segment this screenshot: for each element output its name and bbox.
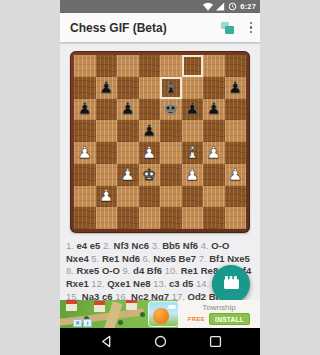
square-e5[interactable] bbox=[160, 120, 182, 142]
move-san: Nf3 bbox=[114, 240, 129, 251]
square-c1[interactable] bbox=[117, 207, 139, 229]
square-d2[interactable] bbox=[139, 186, 161, 208]
ad-info-icon[interactable]: i bbox=[83, 319, 92, 327]
move-san: Qxe1 bbox=[107, 278, 130, 289]
square-f7[interactable] bbox=[182, 77, 204, 99]
move-line: 1. e4 e5 2. Nf3 Nc6 3. Bb5 Nf6 4. O-O bbox=[66, 240, 257, 253]
square-e2[interactable] bbox=[160, 186, 182, 208]
move-number: 2. bbox=[103, 240, 111, 251]
square-f1[interactable] bbox=[182, 207, 204, 229]
move-number: 14. bbox=[196, 278, 209, 289]
move-san: O-O bbox=[211, 240, 229, 251]
wifi-icon bbox=[203, 2, 213, 11]
move-number: 8. bbox=[66, 265, 74, 276]
move-number: 1. bbox=[66, 240, 74, 251]
move-san: Ne8 bbox=[133, 278, 150, 289]
square-b6[interactable] bbox=[96, 99, 118, 121]
movie-icon bbox=[223, 275, 240, 294]
move-san: e5 bbox=[90, 240, 101, 251]
square-h1[interactable] bbox=[225, 207, 247, 229]
move-san: Be7 bbox=[179, 253, 196, 264]
square-f5[interactable] bbox=[182, 120, 204, 142]
move-san: Nxe5 bbox=[153, 253, 176, 264]
piece-black-pawn: ♟ bbox=[78, 101, 92, 117]
piece-white-bishop: ♝ bbox=[185, 145, 199, 161]
piece-black-pawn: ♟ bbox=[185, 101, 199, 117]
square-f8[interactable] bbox=[182, 55, 204, 77]
piece-black-pawn: ♟ bbox=[207, 101, 221, 117]
square-d1[interactable] bbox=[139, 207, 161, 229]
square-c8[interactable] bbox=[117, 55, 139, 77]
ad-scene-tree bbox=[140, 312, 145, 317]
square-b2[interactable]: ♟ bbox=[96, 186, 118, 208]
piece-white-pawn: ♟ bbox=[185, 167, 199, 183]
move-san: d4 bbox=[133, 265, 144, 276]
square-h4[interactable] bbox=[225, 142, 247, 164]
piece-black-pawn: ♟ bbox=[99, 80, 113, 96]
square-c4[interactable] bbox=[117, 142, 139, 164]
piece-black-pawn: ♟ bbox=[142, 123, 156, 139]
square-a4[interactable]: ♟ bbox=[74, 142, 96, 164]
square-c3[interactable]: ♟ bbox=[117, 164, 139, 186]
square-f6[interactable]: ♟ bbox=[182, 99, 204, 121]
square-h5[interactable] bbox=[225, 120, 247, 142]
ad-banner[interactable]: Township FREE INSTALL ✕ i bbox=[60, 300, 260, 328]
ad-icon-orange bbox=[153, 308, 169, 324]
piece-white-pawn: ♟ bbox=[99, 188, 113, 204]
square-g2[interactable] bbox=[203, 186, 225, 208]
square-e8[interactable] bbox=[160, 55, 182, 77]
gif-frames-icon[interactable] bbox=[221, 22, 235, 34]
back-icon[interactable] bbox=[100, 335, 112, 348]
square-h2[interactable] bbox=[225, 186, 247, 208]
square-a7[interactable] bbox=[74, 77, 96, 99]
piece-white-pawn: ♟ bbox=[142, 145, 156, 161]
ad-scene-tree bbox=[118, 320, 123, 325]
square-f3[interactable]: ♟ bbox=[182, 164, 204, 186]
square-a5[interactable] bbox=[74, 120, 96, 142]
square-g4[interactable]: ♟ bbox=[203, 142, 225, 164]
square-e1[interactable] bbox=[160, 207, 182, 229]
square-b7[interactable]: ♟ bbox=[96, 77, 118, 99]
square-c2[interactable] bbox=[117, 186, 139, 208]
square-h7[interactable]: ♟ bbox=[225, 77, 247, 99]
square-b4[interactable] bbox=[96, 142, 118, 164]
move-number: 3. bbox=[152, 240, 160, 251]
move-san: Nd6 bbox=[122, 253, 140, 264]
move-san: Bb5 bbox=[162, 240, 180, 251]
piece-white-king: ♚ bbox=[142, 167, 156, 183]
move-san: Re1 bbox=[102, 253, 119, 264]
ad-app-name: Township bbox=[202, 303, 235, 312]
piece-black-bishop: ♝ bbox=[164, 80, 178, 96]
square-d3[interactable]: ♚ bbox=[139, 164, 161, 186]
move-san: Rxe5 bbox=[77, 265, 100, 276]
square-d8[interactable] bbox=[139, 55, 161, 77]
move-number: 10. bbox=[165, 265, 178, 276]
township-app-icon[interactable] bbox=[148, 301, 179, 327]
square-e6[interactable]: ♚ bbox=[160, 99, 182, 121]
square-d5[interactable]: ♟ bbox=[139, 120, 161, 142]
square-h8[interactable] bbox=[225, 55, 247, 77]
square-a3[interactable] bbox=[74, 164, 96, 186]
square-g3[interactable] bbox=[203, 164, 225, 186]
piece-white-pawn: ♟ bbox=[78, 145, 92, 161]
square-d6[interactable] bbox=[139, 99, 161, 121]
ad-install-panel: Township FREE INSTALL bbox=[178, 300, 260, 328]
move-number: 12. bbox=[91, 278, 104, 289]
piece-black-king: ♚ bbox=[164, 101, 178, 117]
square-a6[interactable]: ♟ bbox=[74, 99, 96, 121]
move-san: Bf1 bbox=[209, 253, 224, 264]
chess-board: ♟♝♟♟♟♚♟♟♟♟♟♝♟♟♚♟♟♟ bbox=[74, 55, 246, 229]
square-e7[interactable]: ♝ bbox=[160, 77, 182, 99]
move-san: Nf6 bbox=[183, 240, 198, 251]
square-c5[interactable] bbox=[117, 120, 139, 142]
square-g5[interactable] bbox=[203, 120, 225, 142]
app-bar: Chess GIF (Beta) bbox=[60, 13, 260, 42]
square-h6[interactable] bbox=[225, 99, 247, 121]
move-san: e4 bbox=[77, 240, 88, 251]
square-a1[interactable] bbox=[74, 207, 96, 229]
square-c7[interactable] bbox=[117, 77, 139, 99]
ad-icon-cloud bbox=[168, 305, 176, 309]
status-time: 6:27 bbox=[240, 2, 256, 11]
square-f2[interactable] bbox=[182, 186, 204, 208]
cellular-signal-icon bbox=[216, 2, 225, 11]
square-b1[interactable] bbox=[96, 207, 118, 229]
square-g8[interactable] bbox=[203, 55, 225, 77]
piece-white-pawn: ♟ bbox=[228, 167, 242, 183]
move-san: Rxe1 bbox=[66, 278, 89, 289]
square-b8[interactable] bbox=[96, 55, 118, 77]
move-san: Bf6 bbox=[147, 265, 162, 276]
move-number: 5. bbox=[91, 253, 99, 264]
move-number: 6. bbox=[143, 253, 151, 264]
square-e3[interactable] bbox=[160, 164, 182, 186]
app-screen: 6:27 Chess GIF (Beta) ♟♝♟♟♟♚♟♟♟♟♟♝♟♟♚♟♟♟… bbox=[60, 0, 260, 355]
square-d7[interactable] bbox=[139, 77, 161, 99]
square-a2[interactable] bbox=[74, 186, 96, 208]
ad-scene-house bbox=[94, 305, 105, 312]
square-b3[interactable] bbox=[96, 164, 118, 186]
move-san: Nc6 bbox=[132, 240, 149, 251]
move-san: O-O bbox=[102, 265, 120, 276]
recents-icon[interactable] bbox=[209, 335, 222, 348]
square-d4[interactable]: ♟ bbox=[139, 142, 161, 164]
home-icon[interactable] bbox=[154, 335, 167, 348]
install-button[interactable]: INSTALL bbox=[209, 313, 250, 325]
move-san: Nxe5 bbox=[227, 253, 250, 264]
square-e4[interactable] bbox=[160, 142, 182, 164]
square-g7[interactable] bbox=[203, 77, 225, 99]
square-c6[interactable]: ♟ bbox=[117, 99, 139, 121]
piece-black-pawn: ♟ bbox=[121, 101, 135, 117]
piece-white-pawn: ♟ bbox=[207, 145, 221, 161]
page-title: Chess GIF (Beta) bbox=[70, 21, 221, 35]
square-b5[interactable] bbox=[96, 120, 118, 142]
move-san: Nxe4 bbox=[66, 253, 89, 264]
move-number: 13. bbox=[153, 278, 166, 289]
piece-black-pawn: ♟ bbox=[228, 80, 242, 96]
alarm-clock-icon bbox=[228, 2, 237, 11]
ad-free-label: FREE bbox=[188, 316, 205, 322]
square-a8[interactable] bbox=[74, 55, 96, 77]
android-nav-bar bbox=[60, 328, 260, 355]
chess-board-frame: ♟♝♟♟♟♚♟♟♟♟♟♝♟♟♚♟♟♟ bbox=[70, 51, 250, 233]
move-san: Re1 bbox=[181, 265, 198, 276]
overflow-menu-icon[interactable] bbox=[249, 22, 253, 34]
move-line: Nxe4 5. Re1 Nd6 6. Nxe5 Be7 7. Bf1 Nxe5 bbox=[66, 253, 257, 266]
ad-scene-house bbox=[66, 304, 77, 311]
square-g1[interactable] bbox=[203, 207, 225, 229]
piece-white-pawn: ♟ bbox=[121, 167, 135, 183]
ad-close-icon[interactable]: ✕ bbox=[73, 319, 82, 327]
square-h3[interactable]: ♟ bbox=[225, 164, 247, 186]
move-number: 4. bbox=[201, 240, 209, 251]
status-bar: 6:27 bbox=[60, 0, 260, 13]
move-san: d5 bbox=[182, 278, 193, 289]
square-f4[interactable]: ♝ bbox=[182, 142, 204, 164]
create-gif-fab[interactable] bbox=[212, 265, 250, 303]
move-number: 7. bbox=[199, 253, 207, 264]
square-g6[interactable]: ♟ bbox=[203, 99, 225, 121]
move-san: c3 bbox=[169, 278, 180, 289]
move-number: 9. bbox=[123, 265, 131, 276]
ad-scene-house bbox=[126, 303, 137, 310]
